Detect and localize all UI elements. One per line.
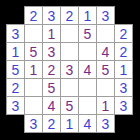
grid-cell-r4-c3[interactable] (61, 79, 78, 96)
grid-cell-r2-c2[interactable]: 3 (43, 43, 60, 60)
grid-cell-r4-c4[interactable] (79, 79, 96, 96)
grid-cell-r5-c2[interactable]: 4 (43, 97, 60, 114)
clue-bottom-col4: 4 (79, 115, 96, 132)
grid-cell-r1-c5[interactable] (97, 25, 114, 42)
clue-top-col5: 3 (97, 7, 114, 24)
clue-right-row3: 1 (115, 61, 132, 78)
grid-cell-r5-c5[interactable]: 1 (97, 97, 114, 114)
clue-bottom-col3: 1 (61, 115, 78, 132)
grid-cell-r2-c5[interactable]: 4 (97, 43, 114, 60)
grid-cell-r1-c3[interactable] (61, 25, 78, 42)
grid-cell-r3-c5[interactable]: 5 (97, 61, 114, 78)
grid-cell-r1-c2[interactable]: 1 (43, 25, 60, 42)
clue-right-row5: 3 (115, 97, 132, 114)
grid-cell-r5-c4[interactable] (79, 97, 96, 114)
clue-left-row4: 2 (7, 79, 24, 96)
clue-top-col3: 2 (61, 7, 78, 24)
corner-void (115, 7, 132, 24)
clue-left-row1: 3 (7, 25, 24, 42)
grid-cell-r3-c1[interactable]: 1 (25, 61, 42, 78)
grid-cell-r5-c3[interactable]: 5 (61, 97, 78, 114)
clue-top-col2: 3 (43, 7, 60, 24)
grid-cell-r1-c1[interactable] (25, 25, 42, 42)
clue-right-row2: 2 (115, 43, 132, 60)
grid-cell-r3-c2[interactable]: 2 (43, 61, 60, 78)
grid-cell-r3-c4[interactable]: 4 (79, 61, 96, 78)
clue-right-row4: 3 (115, 79, 132, 96)
corner-void (7, 7, 24, 24)
grid-cell-r5-c1[interactable] (25, 97, 42, 114)
corner-void (7, 115, 24, 132)
clue-right-row1: 2 (115, 25, 132, 42)
clue-top-col4: 1 (79, 7, 96, 24)
grid-cell-r2-c3[interactable] (61, 43, 78, 60)
grid-cell-r4-c5[interactable] (97, 79, 114, 96)
grid-cell-r1-c4[interactable]: 5 (79, 25, 96, 42)
corner-void (115, 115, 132, 132)
skyscrapers-board: 2321331521534251234512533451332143 (7, 7, 132, 132)
clue-left-row3: 5 (7, 61, 24, 78)
clue-bottom-col1: 3 (25, 115, 42, 132)
clue-left-row5: 3 (7, 97, 24, 114)
grid-cell-r2-c1[interactable]: 5 (25, 43, 42, 60)
clue-top-col1: 2 (25, 7, 42, 24)
grid-cell-r4-c1[interactable] (25, 79, 42, 96)
clue-bottom-col2: 2 (43, 115, 60, 132)
clue-bottom-col5: 3 (97, 115, 114, 132)
grid-cell-r4-c2[interactable]: 5 (43, 79, 60, 96)
grid-cell-r2-c4[interactable] (79, 43, 96, 60)
grid-cell-r3-c3[interactable]: 3 (61, 61, 78, 78)
clue-left-row2: 1 (7, 43, 24, 60)
